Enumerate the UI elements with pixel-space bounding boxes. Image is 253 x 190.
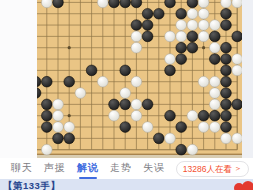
move-number-label: 【第133手】 (3, 180, 60, 190)
tab-chat[interactable]: 聊天 (11, 159, 33, 178)
viewers-count-pill[interactable]: 13286人在看 ＞ (176, 161, 249, 177)
board-left-margin (0, 0, 37, 158)
board-right-margin (242, 0, 253, 158)
tab-trend[interactable]: 走势 (110, 159, 132, 178)
chevron-right-icon: ＞ (234, 162, 242, 176)
tab-commentary[interactable]: 解说 (77, 159, 99, 178)
bottom-bar: 【第133手】 (0, 179, 253, 190)
tab-cheer[interactable]: 声援 (44, 159, 66, 178)
viewers-count-text: 13286人在看 (183, 162, 232, 176)
tab-mistakes[interactable]: 失误 (143, 159, 165, 178)
go-board (37, 0, 242, 158)
go-board-widget (0, 0, 253, 158)
tab-bar: 聊天 声援 解说 走势 失误 13286人在看 ＞ (0, 158, 253, 179)
red-emoji-icon (234, 181, 253, 190)
